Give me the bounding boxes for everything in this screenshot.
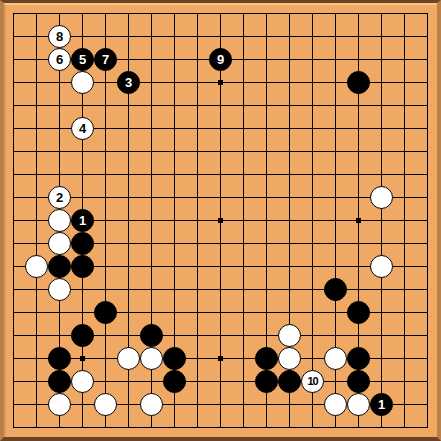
black-stone [140, 324, 163, 347]
black-stone [48, 347, 71, 370]
black-stone [163, 370, 186, 393]
black-stone [324, 278, 347, 301]
black-stone [71, 255, 94, 278]
black-stone [347, 370, 370, 393]
black-stone [255, 347, 278, 370]
go-board[interactable]: 865739421101 [4, 3, 437, 437]
move-number: 10 [307, 376, 317, 387]
white-stone-move-10: 10 [301, 370, 324, 393]
black-stone-move-1: 1 [71, 209, 94, 232]
black-stone [94, 301, 117, 324]
black-stone [347, 71, 370, 94]
move-number: 2 [56, 191, 63, 204]
go-board-diagram: 865739421101 [0, 0, 441, 441]
white-stone [94, 393, 117, 416]
white-stone [278, 347, 301, 370]
white-stone [324, 393, 347, 416]
move-number: 1 [79, 214, 86, 227]
black-stone [71, 232, 94, 255]
black-stone [48, 255, 71, 278]
white-stone [140, 347, 163, 370]
white-stone [48, 209, 71, 232]
black-stone-move-7: 7 [94, 48, 117, 71]
move-number: 9 [217, 53, 224, 66]
white-stone [71, 71, 94, 94]
white-stone-move-2: 2 [48, 186, 71, 209]
white-stone [140, 393, 163, 416]
white-stone [25, 255, 48, 278]
white-stone [324, 347, 347, 370]
white-stone [370, 255, 393, 278]
move-number: 6 [56, 53, 63, 66]
white-stone-move-4: 4 [71, 117, 94, 140]
black-stone-move-9: 9 [209, 48, 232, 71]
white-stone [117, 347, 140, 370]
white-stone-move-8: 8 [48, 25, 71, 48]
black-stone [347, 347, 370, 370]
black-stone [48, 370, 71, 393]
move-number: 5 [79, 53, 86, 66]
white-stone-move-6: 6 [48, 48, 71, 71]
move-number: 8 [56, 30, 63, 43]
move-number: 3 [125, 76, 132, 89]
black-stone-move-1: 1 [370, 393, 393, 416]
black-stone [255, 370, 278, 393]
move-number: 7 [102, 53, 109, 66]
black-stone [71, 324, 94, 347]
white-stone [278, 324, 301, 347]
move-number: 4 [79, 122, 86, 135]
white-stone [48, 278, 71, 301]
black-stone [347, 301, 370, 324]
move-number: 1 [378, 398, 385, 411]
white-stone [370, 186, 393, 209]
black-stone-move-5: 5 [71, 48, 94, 71]
white-stone [48, 393, 71, 416]
white-stone [347, 393, 370, 416]
black-stone [163, 347, 186, 370]
stone-layer: 865739421101 [2, 2, 439, 439]
white-stone [48, 232, 71, 255]
black-stone-move-3: 3 [117, 71, 140, 94]
black-stone [278, 370, 301, 393]
white-stone [71, 370, 94, 393]
